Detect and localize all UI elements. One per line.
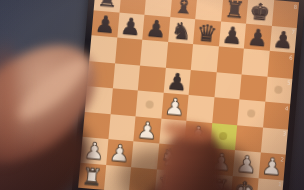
square-b7[interactable]: ♟ bbox=[117, 12, 145, 40]
square-b4[interactable] bbox=[110, 88, 138, 116]
square-g1[interactable]: ♚ bbox=[231, 176, 259, 190]
square-b5[interactable] bbox=[112, 63, 140, 91]
square-f2[interactable]: ♟ bbox=[207, 148, 235, 176]
black-pawn-g7[interactable]: ♟ bbox=[244, 23, 272, 51]
white-pawn-c3[interactable]: ♟ bbox=[133, 116, 161, 144]
square-e8[interactable] bbox=[195, 0, 223, 21]
square-h2[interactable]: ♟ bbox=[258, 152, 286, 180]
white-pawn-b2[interactable]: ♟ bbox=[106, 139, 134, 167]
square-d4[interactable]: ♟ bbox=[161, 93, 189, 121]
square-h3[interactable] bbox=[260, 127, 288, 155]
square-a6[interactable] bbox=[89, 35, 117, 63]
square-f8[interactable]: ♜ bbox=[221, 0, 249, 23]
square-h7[interactable]: ♟ bbox=[269, 25, 297, 53]
black-pawn-h7[interactable]: ♟ bbox=[269, 25, 297, 53]
square-h1[interactable] bbox=[256, 178, 284, 190]
move-hint-dot-h5 bbox=[274, 86, 283, 95]
black-rook-f8[interactable]: ♜ bbox=[221, 0, 249, 23]
square-h6[interactable] bbox=[267, 51, 295, 79]
square-a2[interactable]: ♟ bbox=[80, 137, 108, 165]
square-a4[interactable] bbox=[85, 86, 113, 114]
square-b1[interactable] bbox=[104, 164, 132, 190]
white-pawn-f2[interactable]: ♟ bbox=[207, 148, 235, 176]
white-rook-a1[interactable]: ♜ bbox=[78, 162, 106, 190]
white-pawn-d4[interactable]: ♟ bbox=[161, 93, 189, 121]
square-b3[interactable] bbox=[108, 114, 136, 142]
white-pawn-e3[interactable]: ♟ bbox=[184, 120, 212, 148]
move-hint-dot-c4 bbox=[145, 100, 154, 109]
square-d1[interactable]: ♛ bbox=[154, 169, 182, 190]
square-f7[interactable]: ♟ bbox=[218, 21, 246, 49]
white-queen-d1[interactable]: ♛ bbox=[154, 169, 182, 190]
square-g5[interactable] bbox=[239, 74, 267, 102]
black-pawn-f7[interactable]: ♟ bbox=[218, 21, 246, 49]
square-h4[interactable] bbox=[263, 102, 291, 130]
square-g7[interactable]: ♟ bbox=[244, 23, 272, 51]
chess-board[interactable]: ♜♝♜♚♟♟♟♞♛♟♟♟♟♟♟♟♟♟♞♝♟♟♟♜♛♜♚ bbox=[78, 0, 299, 190]
square-d3[interactable] bbox=[159, 118, 187, 146]
square-e6[interactable] bbox=[191, 44, 219, 72]
square-b6[interactable] bbox=[115, 37, 143, 65]
square-c1[interactable] bbox=[129, 167, 157, 190]
square-e1[interactable] bbox=[180, 171, 208, 190]
square-e3[interactable]: ♟ bbox=[184, 120, 212, 148]
phone: ♜♝♜♚♟♟♟♞♛♟♟♟♟♟♟♟♟♟♞♝♟♟♟♜♛♜♚ 87654321 bbox=[69, 0, 304, 190]
move-hint-dot-g4 bbox=[247, 109, 256, 118]
square-g4[interactable] bbox=[237, 99, 265, 127]
square-a5[interactable] bbox=[87, 61, 115, 89]
square-h8[interactable] bbox=[271, 0, 299, 28]
photo-scene: ♜♝♜♚♟♟♟♞♛♟♟♟♟♟♟♟♟♟♞♝♟♟♟♜♛♜♚ 87654321 bbox=[0, 0, 304, 190]
black-queen-e7[interactable]: ♛ bbox=[193, 19, 221, 47]
move-hint-dot-f3 bbox=[219, 132, 228, 141]
square-f5[interactable] bbox=[214, 72, 242, 100]
square-g3[interactable] bbox=[235, 125, 263, 153]
black-knight-d7[interactable]: ♞ bbox=[168, 17, 196, 45]
square-c2[interactable] bbox=[131, 141, 159, 169]
white-pawn-a2[interactable]: ♟ bbox=[80, 137, 108, 165]
white-pawn-h2[interactable]: ♟ bbox=[258, 152, 286, 180]
square-c7[interactable]: ♟ bbox=[142, 14, 170, 42]
square-f6[interactable] bbox=[216, 46, 244, 74]
black-pawn-c7[interactable]: ♟ bbox=[142, 14, 170, 42]
square-e7[interactable]: ♛ bbox=[193, 19, 221, 47]
square-d2[interactable]: ♞ bbox=[157, 144, 185, 172]
left-edge-glow bbox=[0, 46, 17, 158]
square-g6[interactable] bbox=[242, 49, 270, 77]
black-king-g8[interactable]: ♚ bbox=[246, 0, 274, 25]
white-bishop-e2[interactable]: ♝ bbox=[182, 146, 210, 174]
square-g2[interactable]: ♟ bbox=[233, 150, 261, 178]
square-e2[interactable]: ♝ bbox=[182, 146, 210, 174]
square-a7[interactable]: ♟ bbox=[91, 10, 119, 38]
square-c5[interactable] bbox=[138, 65, 166, 93]
square-d7[interactable]: ♞ bbox=[168, 17, 196, 45]
square-d6[interactable] bbox=[165, 42, 193, 70]
square-f3[interactable] bbox=[210, 123, 238, 151]
square-e4[interactable] bbox=[186, 95, 214, 123]
square-d5[interactable]: ♟ bbox=[163, 67, 191, 95]
square-f4[interactable] bbox=[212, 97, 240, 125]
white-rook-f1[interactable]: ♜ bbox=[205, 173, 233, 190]
square-c3[interactable]: ♟ bbox=[133, 116, 161, 144]
white-king-g1[interactable]: ♚ bbox=[231, 176, 259, 190]
square-e5[interactable] bbox=[189, 70, 217, 98]
square-b2[interactable]: ♟ bbox=[106, 139, 134, 167]
square-a3[interactable] bbox=[83, 111, 111, 139]
black-pawn-a7[interactable]: ♟ bbox=[91, 10, 119, 38]
square-a1[interactable]: ♜ bbox=[78, 162, 106, 190]
white-knight-d2[interactable]: ♞ bbox=[157, 144, 185, 172]
black-pawn-b7[interactable]: ♟ bbox=[117, 12, 145, 40]
black-pawn-d5[interactable]: ♟ bbox=[163, 67, 191, 95]
square-h5[interactable] bbox=[265, 76, 293, 104]
square-c6[interactable] bbox=[140, 40, 168, 68]
square-g8[interactable]: ♚ bbox=[246, 0, 274, 25]
square-c4[interactable] bbox=[136, 90, 164, 118]
square-f1[interactable]: ♜ bbox=[205, 173, 233, 190]
white-pawn-g2[interactable]: ♟ bbox=[233, 150, 261, 178]
